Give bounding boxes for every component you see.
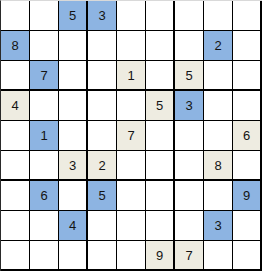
cell-r8c9[interactable] [233, 211, 262, 241]
cell-r4c5[interactable] [117, 91, 146, 121]
cell-r4c7[interactable]: 3 [175, 91, 204, 121]
cell-r9c2[interactable] [30, 241, 59, 271]
cell-r4c8[interactable] [204, 91, 233, 121]
cell-r1c4[interactable]: 3 [88, 1, 117, 31]
cell-r6c3[interactable]: 3 [59, 151, 88, 181]
sudoku-board: 53827154531763286594397 [0, 0, 262, 271]
cell-r8c5[interactable] [117, 211, 146, 241]
cell-r3c6[interactable] [146, 61, 175, 91]
cell-r8c1[interactable] [1, 211, 30, 241]
cell-r2c1[interactable]: 8 [1, 31, 30, 61]
cell-r5c3[interactable] [59, 121, 88, 151]
cell-r5c1[interactable] [1, 121, 30, 151]
cell-r6c8[interactable]: 8 [204, 151, 233, 181]
cell-r6c6[interactable] [146, 151, 175, 181]
cell-r6c7[interactable] [175, 151, 204, 181]
cell-r2c2[interactable] [30, 31, 59, 61]
cell-r1c3[interactable]: 5 [59, 1, 88, 31]
cell-r6c4[interactable]: 2 [88, 151, 117, 181]
cell-r7c6[interactable] [146, 181, 175, 211]
cell-r8c6[interactable] [146, 211, 175, 241]
cell-r2c7[interactable] [175, 31, 204, 61]
cell-r1c9[interactable] [233, 1, 262, 31]
cell-r7c4[interactable]: 5 [88, 181, 117, 211]
cell-r2c5[interactable] [117, 31, 146, 61]
cell-r8c4[interactable] [88, 211, 117, 241]
cell-r3c8[interactable] [204, 61, 233, 91]
cell-r8c7[interactable] [175, 211, 204, 241]
cell-r7c1[interactable] [1, 181, 30, 211]
cell-r1c2[interactable] [30, 1, 59, 31]
cell-r4c3[interactable] [59, 91, 88, 121]
cell-r7c3[interactable] [59, 181, 88, 211]
cell-r7c5[interactable] [117, 181, 146, 211]
cell-r5c8[interactable] [204, 121, 233, 151]
cell-r9c6[interactable]: 9 [146, 241, 175, 271]
cell-r3c7[interactable]: 5 [175, 61, 204, 91]
cell-r9c3[interactable] [59, 241, 88, 271]
cell-r9c1[interactable] [1, 241, 30, 271]
cell-r5c6[interactable] [146, 121, 175, 151]
cell-r8c8[interactable]: 3 [204, 211, 233, 241]
cell-r6c9[interactable] [233, 151, 262, 181]
cell-r3c4[interactable] [88, 61, 117, 91]
cell-r2c3[interactable] [59, 31, 88, 61]
cell-r8c3[interactable]: 4 [59, 211, 88, 241]
cell-r5c9[interactable]: 6 [233, 121, 262, 151]
cell-r1c1[interactable] [1, 1, 30, 31]
cell-r8c2[interactable] [30, 211, 59, 241]
cell-r4c2[interactable] [30, 91, 59, 121]
cell-r4c1[interactable]: 4 [1, 91, 30, 121]
cell-r7c8[interactable] [204, 181, 233, 211]
cell-r4c4[interactable] [88, 91, 117, 121]
cell-r5c2[interactable]: 1 [30, 121, 59, 151]
cell-r9c8[interactable] [204, 241, 233, 271]
cell-r3c3[interactable] [59, 61, 88, 91]
cell-r9c7[interactable]: 7 [175, 241, 204, 271]
cell-r2c6[interactable] [146, 31, 175, 61]
cell-r7c9[interactable]: 9 [233, 181, 262, 211]
cell-r7c2[interactable]: 6 [30, 181, 59, 211]
cell-r1c8[interactable] [204, 1, 233, 31]
cell-r2c9[interactable] [233, 31, 262, 61]
cell-r3c2[interactable]: 7 [30, 61, 59, 91]
cell-r6c1[interactable] [1, 151, 30, 181]
cell-r6c5[interactable] [117, 151, 146, 181]
cell-r4c6[interactable]: 5 [146, 91, 175, 121]
cell-r2c8[interactable]: 2 [204, 31, 233, 61]
cell-r1c6[interactable] [146, 1, 175, 31]
sudoku-app: 53827154531763286594397 [0, 0, 262, 271]
cell-r1c7[interactable] [175, 1, 204, 31]
cell-r9c4[interactable] [88, 241, 117, 271]
cell-r3c9[interactable] [233, 61, 262, 91]
cell-r3c1[interactable] [1, 61, 30, 91]
cell-r2c4[interactable] [88, 31, 117, 61]
cell-r6c2[interactable] [30, 151, 59, 181]
cell-r4c9[interactable] [233, 91, 262, 121]
cell-r3c5[interactable]: 1 [117, 61, 146, 91]
cell-r5c5[interactable]: 7 [117, 121, 146, 151]
cell-r1c5[interactable] [117, 1, 146, 31]
cell-r5c4[interactable] [88, 121, 117, 151]
cell-r5c7[interactable] [175, 121, 204, 151]
cell-r9c5[interactable] [117, 241, 146, 271]
cell-r7c7[interactable] [175, 181, 204, 211]
cell-r9c9[interactable] [233, 241, 262, 271]
